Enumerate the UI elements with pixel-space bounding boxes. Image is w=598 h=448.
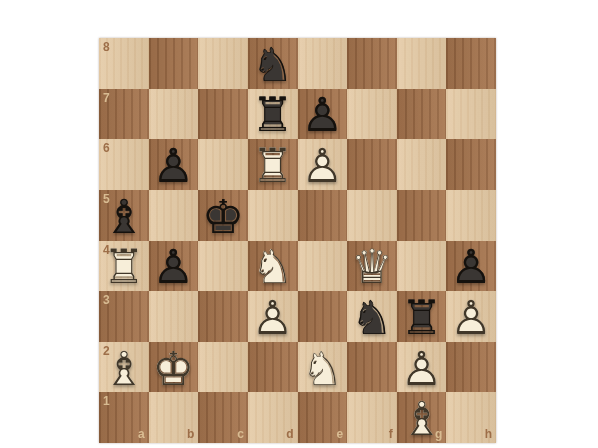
file-label-c: c (237, 428, 244, 440)
white-bishop-g1[interactable]: ♝♗ (397, 392, 447, 443)
square-e1[interactable]: e (298, 392, 348, 443)
piece-outline: ♖ (99, 241, 149, 292)
square-a4[interactable]: 4♜♖ (99, 241, 149, 292)
square-a8[interactable]: 8 (99, 38, 149, 89)
piece-outline: ♘ (347, 291, 397, 342)
piece-outline: ♙ (149, 241, 199, 292)
square-e7[interactable]: ♟♙ (298, 89, 348, 140)
piece-outline: ♖ (397, 291, 447, 342)
piece-outline: ♔ (198, 190, 248, 241)
square-b5[interactable] (149, 190, 199, 241)
square-b4[interactable]: ♟♙ (149, 241, 199, 292)
square-a3[interactable]: 3 (99, 291, 149, 342)
white-rook-d6[interactable]: ♜♖ (248, 139, 298, 190)
square-h7[interactable] (446, 89, 496, 140)
rank-label-7: 7 (103, 92, 110, 104)
square-f3[interactable]: ♞♘ (347, 291, 397, 342)
square-f4[interactable]: ♛♕ (347, 241, 397, 292)
square-h6[interactable] (446, 139, 496, 190)
white-pawn-g2[interactable]: ♟♙ (397, 342, 447, 393)
square-g5[interactable] (397, 190, 447, 241)
piece-outline: ♘ (248, 241, 298, 292)
file-label-d: d (286, 428, 293, 440)
white-rook-a4[interactable]: ♜♖ (99, 241, 149, 292)
piece-outline: ♕ (347, 241, 397, 292)
piece-outline: ♙ (397, 342, 447, 393)
file-label-h: h (485, 428, 492, 440)
piece-outline: ♙ (446, 291, 496, 342)
square-f5[interactable] (347, 190, 397, 241)
square-f6[interactable] (347, 139, 397, 190)
square-g8[interactable] (397, 38, 447, 89)
square-h4[interactable]: ♟♙ (446, 241, 496, 292)
square-e4[interactable] (298, 241, 348, 292)
square-e3[interactable] (298, 291, 348, 342)
square-g7[interactable] (397, 89, 447, 140)
square-g4[interactable] (397, 241, 447, 292)
piece-outline: ♙ (149, 139, 199, 190)
square-c7[interactable] (198, 89, 248, 140)
piece-outline: ♙ (446, 241, 496, 292)
square-d5[interactable] (248, 190, 298, 241)
square-c1[interactable]: c (198, 392, 248, 443)
black-king-c5[interactable]: ♚♔ (198, 190, 248, 241)
black-knight-d8[interactable]: ♞♘ (248, 38, 298, 89)
black-pawn-e7[interactable]: ♟♙ (298, 89, 348, 140)
square-c4[interactable] (198, 241, 248, 292)
square-a7[interactable]: 7 (99, 89, 149, 140)
black-pawn-b6[interactable]: ♟♙ (149, 139, 199, 190)
white-bishop-a2[interactable]: ♝♗ (99, 342, 149, 393)
piece-outline: ♗ (99, 342, 149, 393)
piece-outline: ♖ (248, 139, 298, 190)
piece-outline: ♙ (248, 291, 298, 342)
rank-label-1: 1 (103, 395, 110, 407)
piece-outline: ♙ (298, 89, 348, 140)
square-c6[interactable] (198, 139, 248, 190)
piece-outline: ♗ (99, 190, 149, 241)
square-a6[interactable]: 6 (99, 139, 149, 190)
square-b8[interactable] (149, 38, 199, 89)
square-h5[interactable] (446, 190, 496, 241)
square-b7[interactable] (149, 89, 199, 140)
black-pawn-h4[interactable]: ♟♙ (446, 241, 496, 292)
square-c3[interactable] (198, 291, 248, 342)
piece-outline: ♙ (298, 139, 348, 190)
square-b6[interactable]: ♟♙ (149, 139, 199, 190)
chessboard: 8♞♘7♜♖♟♙6♟♙♜♖♟♙5♝♗♚♔4♜♖♟♙♞♘♛♕♟♙3♟♙♞♘♜♖♟♙… (99, 38, 496, 443)
piece-outline: ♖ (248, 89, 298, 140)
square-f7[interactable] (347, 89, 397, 140)
rank-label-6: 6 (103, 142, 110, 154)
white-knight-e2[interactable]: ♞♘ (298, 342, 348, 393)
square-b3[interactable] (149, 291, 199, 342)
square-e8[interactable] (298, 38, 348, 89)
white-pawn-e6[interactable]: ♟♙ (298, 139, 348, 190)
square-e6[interactable]: ♟♙ (298, 139, 348, 190)
white-queen-f4[interactable]: ♛♕ (347, 241, 397, 292)
piece-outline: ♘ (298, 342, 348, 393)
white-pawn-h3[interactable]: ♟♙ (446, 291, 496, 342)
square-f8[interactable] (347, 38, 397, 89)
rank-label-3: 3 (103, 294, 110, 306)
square-d2[interactable] (248, 342, 298, 393)
square-a1[interactable]: 1a (99, 392, 149, 443)
white-knight-d4[interactable]: ♞♘ (248, 241, 298, 292)
square-a2[interactable]: 2♝♗ (99, 342, 149, 393)
square-d7[interactable]: ♜♖ (248, 89, 298, 140)
white-pawn-d3[interactable]: ♟♙ (248, 291, 298, 342)
black-pawn-b4[interactable]: ♟♙ (149, 241, 199, 292)
square-d6[interactable]: ♜♖ (248, 139, 298, 190)
square-c5[interactable]: ♚♔ (198, 190, 248, 241)
square-h8[interactable] (446, 38, 496, 89)
black-rook-d7[interactable]: ♜♖ (248, 89, 298, 140)
square-e2[interactable]: ♞♘ (298, 342, 348, 393)
file-label-f: f (389, 428, 393, 440)
square-c8[interactable] (198, 38, 248, 89)
piece-outline: ♔ (149, 342, 199, 393)
white-king-b2[interactable]: ♚♔ (149, 342, 199, 393)
square-h1[interactable]: h (446, 392, 496, 443)
square-e5[interactable] (298, 190, 348, 241)
black-knight-f3[interactable]: ♞♘ (347, 291, 397, 342)
square-g2[interactable]: ♟♙ (397, 342, 447, 393)
square-g6[interactable] (397, 139, 447, 190)
file-label-b: b (187, 428, 194, 440)
file-label-a: a (138, 428, 145, 440)
square-d4[interactable]: ♞♘ (248, 241, 298, 292)
square-f2[interactable] (347, 342, 397, 393)
piece-outline: ♗ (397, 392, 447, 443)
square-d8[interactable]: ♞♘ (248, 38, 298, 89)
square-h3[interactable]: ♟♙ (446, 291, 496, 342)
square-a5[interactable]: 5♝♗ (99, 190, 149, 241)
square-c2[interactable] (198, 342, 248, 393)
black-bishop-a5[interactable]: ♝♗ (99, 190, 149, 241)
square-g3[interactable]: ♜♖ (397, 291, 447, 342)
black-rook-g3[interactable]: ♜♖ (397, 291, 447, 342)
square-f1[interactable]: f (347, 392, 397, 443)
piece-outline: ♘ (248, 38, 298, 89)
square-d1[interactable]: d (248, 392, 298, 443)
rank-label-8: 8 (103, 41, 110, 53)
square-h2[interactable] (446, 342, 496, 393)
square-d3[interactable]: ♟♙ (248, 291, 298, 342)
square-b1[interactable]: b (149, 392, 199, 443)
square-g1[interactable]: g♝♗ (397, 392, 447, 443)
square-b2[interactable]: ♚♔ (149, 342, 199, 393)
file-label-e: e (336, 428, 343, 440)
